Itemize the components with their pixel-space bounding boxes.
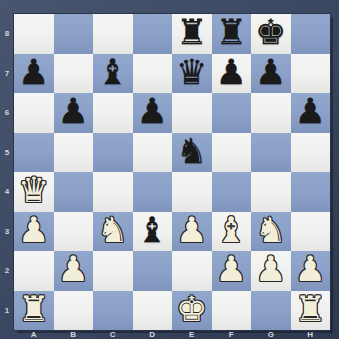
square-a5[interactable]: [14, 133, 54, 173]
square-e6[interactable]: [172, 93, 212, 133]
square-e4[interactable]: [172, 172, 212, 212]
square-g2[interactable]: ♟: [251, 251, 291, 291]
square-h6[interactable]: ♟: [291, 93, 331, 133]
file-label-c: C: [93, 329, 133, 339]
square-a3[interactable]: ♟: [14, 212, 54, 252]
chess-board[interactable]: ♜♜♚♟♝♛♟♟♟♟♟♞♛♟♞♝♟♝♞♟♟♟♟♜♚♜: [14, 14, 330, 330]
rank-label-4: 4: [0, 172, 14, 212]
square-b6[interactable]: ♟: [54, 93, 94, 133]
file-label-b: B: [54, 329, 94, 339]
rank-label-1: 1: [0, 291, 14, 331]
piece-white-pawn[interactable]: ♟: [255, 251, 286, 290]
rank-label-5: 5: [0, 133, 14, 173]
square-g4[interactable]: [251, 172, 291, 212]
piece-black-pawn[interactable]: ♟: [137, 93, 168, 132]
square-c8[interactable]: [93, 14, 133, 54]
file-labels: ABCDEFGH: [14, 329, 330, 339]
square-d1[interactable]: [133, 291, 173, 331]
square-d6[interactable]: ♟: [133, 93, 173, 133]
square-h5[interactable]: [291, 133, 331, 173]
piece-black-bishop[interactable]: ♝: [137, 212, 168, 251]
square-g7[interactable]: ♟: [251, 54, 291, 94]
square-d2[interactable]: [133, 251, 173, 291]
piece-white-rook[interactable]: ♜: [295, 291, 326, 330]
square-d7[interactable]: [133, 54, 173, 94]
square-h3[interactable]: [291, 212, 331, 252]
square-e3[interactable]: ♟: [172, 212, 212, 252]
square-g6[interactable]: [251, 93, 291, 133]
square-d5[interactable]: [133, 133, 173, 173]
rank-label-7: 7: [0, 54, 14, 94]
square-h4[interactable]: [291, 172, 331, 212]
square-h7[interactable]: [291, 54, 331, 94]
square-c3[interactable]: ♞: [93, 212, 133, 252]
square-b7[interactable]: [54, 54, 94, 94]
square-e5[interactable]: ♞: [172, 133, 212, 173]
square-b3[interactable]: [54, 212, 94, 252]
square-d8[interactable]: [133, 14, 173, 54]
piece-black-bishop[interactable]: ♝: [97, 54, 128, 93]
square-a4[interactable]: ♛: [14, 172, 54, 212]
square-e1[interactable]: ♚: [172, 291, 212, 331]
square-e7[interactable]: ♛: [172, 54, 212, 94]
square-f1[interactable]: [212, 291, 252, 331]
square-c5[interactable]: [93, 133, 133, 173]
square-g3[interactable]: ♞: [251, 212, 291, 252]
square-c2[interactable]: [93, 251, 133, 291]
piece-white-pawn[interactable]: ♟: [58, 251, 89, 290]
piece-black-rook[interactable]: ♜: [176, 14, 207, 53]
square-a2[interactable]: [14, 251, 54, 291]
file-label-g: G: [251, 329, 291, 339]
square-h1[interactable]: ♜: [291, 291, 331, 331]
piece-black-king[interactable]: ♚: [255, 14, 286, 53]
piece-black-pawn[interactable]: ♟: [18, 54, 49, 93]
square-c7[interactable]: ♝: [93, 54, 133, 94]
square-f7[interactable]: ♟: [212, 54, 252, 94]
square-a1[interactable]: ♜: [14, 291, 54, 331]
square-b1[interactable]: [54, 291, 94, 331]
square-h2[interactable]: ♟: [291, 251, 331, 291]
square-g5[interactable]: [251, 133, 291, 173]
square-f4[interactable]: [212, 172, 252, 212]
piece-white-pawn[interactable]: ♟: [18, 212, 49, 251]
piece-white-bishop[interactable]: ♝: [216, 212, 247, 251]
file-label-d: D: [133, 329, 173, 339]
square-b8[interactable]: [54, 14, 94, 54]
square-f2[interactable]: ♟: [212, 251, 252, 291]
piece-white-king[interactable]: ♚: [176, 291, 207, 330]
square-a7[interactable]: ♟: [14, 54, 54, 94]
square-h8[interactable]: [291, 14, 331, 54]
piece-white-pawn[interactable]: ♟: [216, 251, 247, 290]
square-b2[interactable]: ♟: [54, 251, 94, 291]
square-e2[interactable]: [172, 251, 212, 291]
square-c1[interactable]: [93, 291, 133, 331]
square-f6[interactable]: [212, 93, 252, 133]
file-label-f: F: [212, 329, 252, 339]
square-b5[interactable]: [54, 133, 94, 173]
rank-label-8: 8: [0, 14, 14, 54]
square-a8[interactable]: [14, 14, 54, 54]
piece-white-pawn[interactable]: ♟: [176, 212, 207, 251]
rank-label-6: 6: [0, 93, 14, 133]
file-label-e: E: [172, 329, 212, 339]
piece-white-knight[interactable]: ♞: [255, 212, 286, 251]
piece-black-pawn[interactable]: ♟: [255, 54, 286, 93]
piece-white-queen[interactable]: ♛: [18, 172, 49, 211]
piece-white-knight[interactable]: ♞: [97, 212, 128, 251]
piece-black-pawn[interactable]: ♟: [216, 54, 247, 93]
rank-label-3: 3: [0, 212, 14, 252]
piece-black-pawn[interactable]: ♟: [58, 93, 89, 132]
piece-black-pawn[interactable]: ♟: [295, 93, 326, 132]
square-d4[interactable]: [133, 172, 173, 212]
rank-labels: 87654321: [0, 14, 14, 330]
piece-white-rook[interactable]: ♜: [18, 291, 49, 330]
piece-black-knight[interactable]: ♞: [176, 133, 207, 172]
square-f5[interactable]: [212, 133, 252, 173]
file-label-h: H: [291, 329, 331, 339]
square-g8[interactable]: ♚: [251, 14, 291, 54]
rank-label-2: 2: [0, 251, 14, 291]
square-c6[interactable]: [93, 93, 133, 133]
piece-black-queen[interactable]: ♛: [176, 54, 207, 93]
square-f8[interactable]: ♜: [212, 14, 252, 54]
chess-board-window: 87654321 ♜♜♚♟♝♛♟♟♟♟♟♞♛♟♞♝♟♝♞♟♟♟♟♜♚♜ ABCD…: [0, 0, 339, 339]
file-label-a: A: [14, 329, 54, 339]
square-g1[interactable]: [251, 291, 291, 331]
square-c4[interactable]: [93, 172, 133, 212]
square-a6[interactable]: [14, 93, 54, 133]
square-e8[interactable]: ♜: [172, 14, 212, 54]
square-b4[interactable]: [54, 172, 94, 212]
piece-black-rook[interactable]: ♜: [216, 14, 247, 53]
piece-white-pawn[interactable]: ♟: [295, 251, 326, 290]
square-d3[interactable]: ♝: [133, 212, 173, 252]
square-f3[interactable]: ♝: [212, 212, 252, 252]
